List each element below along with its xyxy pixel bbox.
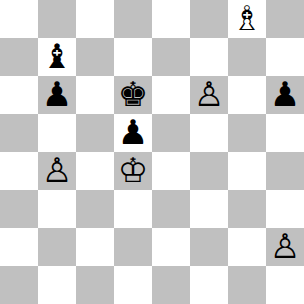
square-f1[interactable] — [190, 266, 228, 304]
square-g3[interactable] — [228, 190, 266, 228]
white-pawn[interactable]: ♙ — [270, 228, 300, 265]
square-c5[interactable] — [76, 114, 114, 152]
square-a4[interactable] — [0, 152, 38, 190]
square-d3[interactable] — [114, 190, 152, 228]
chess-board: ♗♝♟♚♙♟♟♙♔♙ — [0, 0, 304, 304]
black-pawn[interactable]: ♟ — [42, 76, 72, 113]
square-e2[interactable] — [152, 228, 190, 266]
square-d8[interactable] — [114, 0, 152, 38]
white-bishop[interactable]: ♗ — [232, 0, 262, 37]
square-d1[interactable] — [114, 266, 152, 304]
square-d4[interactable]: ♔ — [114, 152, 152, 190]
square-b7[interactable]: ♝ — [38, 38, 76, 76]
square-a5[interactable] — [0, 114, 38, 152]
square-h7[interactable] — [266, 38, 304, 76]
square-e3[interactable] — [152, 190, 190, 228]
square-h1[interactable] — [266, 266, 304, 304]
square-c2[interactable] — [76, 228, 114, 266]
square-g4[interactable] — [228, 152, 266, 190]
square-f8[interactable] — [190, 0, 228, 38]
square-a3[interactable] — [0, 190, 38, 228]
square-c4[interactable] — [76, 152, 114, 190]
white-pawn[interactable]: ♙ — [42, 152, 72, 189]
square-b5[interactable] — [38, 114, 76, 152]
square-d7[interactable] — [114, 38, 152, 76]
square-f5[interactable] — [190, 114, 228, 152]
square-b2[interactable] — [38, 228, 76, 266]
square-e4[interactable] — [152, 152, 190, 190]
square-a8[interactable] — [0, 0, 38, 38]
square-b6[interactable]: ♟ — [38, 76, 76, 114]
black-king[interactable]: ♚ — [118, 76, 148, 113]
square-h2[interactable]: ♙ — [266, 228, 304, 266]
square-e5[interactable] — [152, 114, 190, 152]
square-e1[interactable] — [152, 266, 190, 304]
square-h4[interactable] — [266, 152, 304, 190]
square-a1[interactable] — [0, 266, 38, 304]
square-g6[interactable] — [228, 76, 266, 114]
square-h3[interactable] — [266, 190, 304, 228]
square-a7[interactable] — [0, 38, 38, 76]
square-g1[interactable] — [228, 266, 266, 304]
square-f2[interactable] — [190, 228, 228, 266]
black-pawn[interactable]: ♟ — [118, 114, 148, 151]
square-h5[interactable] — [266, 114, 304, 152]
square-c8[interactable] — [76, 0, 114, 38]
black-bishop[interactable]: ♝ — [42, 38, 72, 75]
square-b8[interactable] — [38, 0, 76, 38]
square-f7[interactable] — [190, 38, 228, 76]
square-g2[interactable] — [228, 228, 266, 266]
square-b1[interactable] — [38, 266, 76, 304]
square-e7[interactable] — [152, 38, 190, 76]
square-f3[interactable] — [190, 190, 228, 228]
square-h6[interactable]: ♟ — [266, 76, 304, 114]
square-d6[interactable]: ♚ — [114, 76, 152, 114]
square-f4[interactable] — [190, 152, 228, 190]
square-a6[interactable] — [0, 76, 38, 114]
square-g7[interactable] — [228, 38, 266, 76]
square-e8[interactable] — [152, 0, 190, 38]
square-d5[interactable]: ♟ — [114, 114, 152, 152]
square-c1[interactable] — [76, 266, 114, 304]
square-f6[interactable]: ♙ — [190, 76, 228, 114]
square-g5[interactable] — [228, 114, 266, 152]
square-h8[interactable] — [266, 0, 304, 38]
square-d2[interactable] — [114, 228, 152, 266]
white-pawn[interactable]: ♙ — [194, 76, 224, 113]
square-c3[interactable] — [76, 190, 114, 228]
square-c7[interactable] — [76, 38, 114, 76]
white-king[interactable]: ♔ — [118, 152, 148, 189]
square-b3[interactable] — [38, 190, 76, 228]
square-c6[interactable] — [76, 76, 114, 114]
square-a2[interactable] — [0, 228, 38, 266]
black-pawn[interactable]: ♟ — [270, 76, 300, 113]
square-e6[interactable] — [152, 76, 190, 114]
square-g8[interactable]: ♗ — [228, 0, 266, 38]
square-b4[interactable]: ♙ — [38, 152, 76, 190]
